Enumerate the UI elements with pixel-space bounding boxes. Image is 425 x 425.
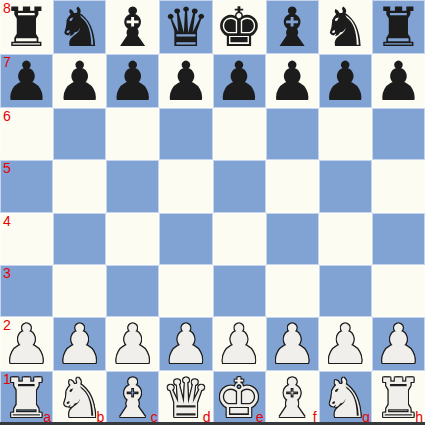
square-c4[interactable] bbox=[106, 213, 159, 265]
square-f8[interactable]: ♝ bbox=[266, 0, 319, 54]
square-d7[interactable]: ♟ bbox=[159, 54, 212, 108]
piece-white-pawn[interactable]: ♟ bbox=[2, 318, 50, 372]
square-a5[interactable]: 5 bbox=[0, 160, 53, 212]
piece-black-queen[interactable]: ♛ bbox=[162, 1, 210, 55]
piece-white-bishop[interactable]: ♝ bbox=[268, 372, 316, 425]
square-h2[interactable]: ♟ bbox=[372, 317, 425, 371]
square-g4[interactable] bbox=[319, 213, 372, 265]
square-c8[interactable]: ♝ bbox=[106, 0, 159, 54]
square-h1[interactable]: ♜h bbox=[372, 371, 425, 425]
piece-black-pawn[interactable]: ♟ bbox=[55, 55, 103, 109]
square-d1[interactable]: ♛d bbox=[159, 371, 212, 425]
square-d3[interactable] bbox=[159, 265, 212, 317]
square-c7[interactable]: ♟ bbox=[106, 54, 159, 108]
square-c1[interactable]: ♝c bbox=[106, 371, 159, 425]
square-h3[interactable] bbox=[372, 265, 425, 317]
square-e2[interactable]: ♟ bbox=[213, 317, 266, 371]
piece-black-pawn[interactable]: ♟ bbox=[374, 55, 422, 109]
square-f2[interactable]: ♟ bbox=[266, 317, 319, 371]
square-h4[interactable] bbox=[372, 213, 425, 265]
square-c6[interactable] bbox=[106, 108, 159, 160]
square-a4[interactable]: 4 bbox=[0, 213, 53, 265]
chess-app: ♜8♞♝♛♚♝♞♜♟7♟♟♟♟♟♟♟6543♟2♟♟♟♟♟♟♟♜1a♞b♝c♛d… bbox=[0, 0, 425, 425]
rank-label-5: 5 bbox=[3, 161, 11, 175]
square-c2[interactable]: ♟ bbox=[106, 317, 159, 371]
square-d8[interactable]: ♛ bbox=[159, 0, 212, 54]
square-e6[interactable] bbox=[213, 108, 266, 160]
square-c3[interactable] bbox=[106, 265, 159, 317]
square-b3[interactable] bbox=[53, 265, 106, 317]
square-f5[interactable] bbox=[266, 160, 319, 212]
piece-black-pawn[interactable]: ♟ bbox=[109, 55, 157, 109]
square-d5[interactable] bbox=[159, 160, 212, 212]
piece-white-rook[interactable]: ♜ bbox=[374, 372, 422, 425]
piece-white-pawn[interactable]: ♟ bbox=[109, 318, 157, 372]
square-g2[interactable]: ♟ bbox=[319, 317, 372, 371]
square-e5[interactable] bbox=[213, 160, 266, 212]
piece-white-pawn[interactable]: ♟ bbox=[162, 318, 210, 372]
square-b6[interactable] bbox=[53, 108, 106, 160]
piece-white-bishop[interactable]: ♝ bbox=[109, 372, 157, 425]
piece-white-pawn[interactable]: ♟ bbox=[321, 318, 369, 372]
square-g1[interactable]: ♞g bbox=[319, 371, 372, 425]
piece-white-knight[interactable]: ♞ bbox=[321, 372, 369, 425]
piece-black-pawn[interactable]: ♟ bbox=[268, 55, 316, 109]
square-a8[interactable]: ♜8 bbox=[0, 0, 53, 54]
square-c5[interactable] bbox=[106, 160, 159, 212]
square-b7[interactable]: ♟ bbox=[53, 54, 106, 108]
piece-black-king[interactable]: ♚ bbox=[215, 1, 263, 55]
square-f7[interactable]: ♟ bbox=[266, 54, 319, 108]
square-e7[interactable]: ♟ bbox=[213, 54, 266, 108]
square-f4[interactable] bbox=[266, 213, 319, 265]
square-b8[interactable]: ♞ bbox=[53, 0, 106, 54]
square-g7[interactable]: ♟ bbox=[319, 54, 372, 108]
piece-black-pawn[interactable]: ♟ bbox=[321, 55, 369, 109]
piece-black-bishop[interactable]: ♝ bbox=[268, 1, 316, 55]
square-a1[interactable]: ♜1a bbox=[0, 371, 53, 425]
square-h7[interactable]: ♟ bbox=[372, 54, 425, 108]
rank-label-6: 6 bbox=[3, 109, 11, 123]
square-f1[interactable]: ♝f bbox=[266, 371, 319, 425]
rank-label-4: 4 bbox=[3, 214, 11, 228]
piece-white-king[interactable]: ♚ bbox=[215, 372, 263, 425]
piece-black-knight[interactable]: ♞ bbox=[55, 1, 103, 55]
piece-black-pawn[interactable]: ♟ bbox=[215, 55, 263, 109]
square-g5[interactable] bbox=[319, 160, 372, 212]
square-g6[interactable] bbox=[319, 108, 372, 160]
square-e8[interactable]: ♚ bbox=[213, 0, 266, 54]
square-a3[interactable]: 3 bbox=[0, 265, 53, 317]
square-a2[interactable]: ♟2 bbox=[0, 317, 53, 371]
piece-black-rook[interactable]: ♜ bbox=[374, 1, 422, 55]
rank-label-3: 3 bbox=[3, 266, 11, 280]
piece-black-pawn[interactable]: ♟ bbox=[2, 55, 50, 109]
square-e3[interactable] bbox=[213, 265, 266, 317]
square-b1[interactable]: ♞b bbox=[53, 371, 106, 425]
square-g8[interactable]: ♞ bbox=[319, 0, 372, 54]
square-b2[interactable]: ♟ bbox=[53, 317, 106, 371]
square-d2[interactable]: ♟ bbox=[159, 317, 212, 371]
square-e4[interactable] bbox=[213, 213, 266, 265]
square-e1[interactable]: ♚e bbox=[213, 371, 266, 425]
piece-white-pawn[interactable]: ♟ bbox=[215, 318, 263, 372]
piece-white-queen[interactable]: ♛ bbox=[162, 372, 210, 425]
piece-black-knight[interactable]: ♞ bbox=[321, 1, 369, 55]
piece-white-pawn[interactable]: ♟ bbox=[268, 318, 316, 372]
square-b4[interactable] bbox=[53, 213, 106, 265]
piece-white-knight[interactable]: ♞ bbox=[55, 372, 103, 425]
square-a6[interactable]: 6 bbox=[0, 108, 53, 160]
square-a7[interactable]: ♟7 bbox=[0, 54, 53, 108]
piece-black-rook[interactable]: ♜ bbox=[2, 1, 50, 55]
piece-black-bishop[interactable]: ♝ bbox=[109, 1, 157, 55]
piece-black-pawn[interactable]: ♟ bbox=[162, 55, 210, 109]
square-h8[interactable]: ♜ bbox=[372, 0, 425, 54]
square-g3[interactable] bbox=[319, 265, 372, 317]
square-f3[interactable] bbox=[266, 265, 319, 317]
chess-board: ♜8♞♝♛♚♝♞♜♟7♟♟♟♟♟♟♟6543♟2♟♟♟♟♟♟♟♜1a♞b♝c♛d… bbox=[0, 0, 425, 425]
piece-white-pawn[interactable]: ♟ bbox=[55, 318, 103, 372]
square-b5[interactable] bbox=[53, 160, 106, 212]
square-f6[interactable] bbox=[266, 108, 319, 160]
square-d4[interactable] bbox=[159, 213, 212, 265]
square-h6[interactable] bbox=[372, 108, 425, 160]
piece-white-rook[interactable]: ♜ bbox=[2, 372, 50, 425]
piece-white-pawn[interactable]: ♟ bbox=[374, 318, 422, 372]
square-h5[interactable] bbox=[372, 160, 425, 212]
square-d6[interactable] bbox=[159, 108, 212, 160]
